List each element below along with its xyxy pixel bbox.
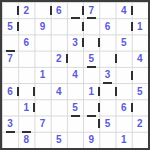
puzzle-board: 267459616357254143641515637528591: [0, 0, 150, 150]
cell-r7c3[interactable]: [34, 99, 50, 115]
cell-r1c4[interactable]: 6: [51, 2, 67, 18]
cell-r3c7[interactable]: [99, 34, 115, 50]
cell-r7c4[interactable]: [51, 99, 67, 115]
cell-r7c1[interactable]: [2, 99, 18, 115]
constraint-bar-v-r2c8: [131, 22, 133, 31]
cell-r4c4[interactable]: 2: [51, 51, 67, 67]
cell-r3c1[interactable]: [2, 34, 18, 50]
cell-r2c1[interactable]: 5: [2, 18, 18, 34]
cell-r3c8[interactable]: 5: [116, 34, 132, 50]
cell-r8c3[interactable]: 7: [34, 116, 50, 132]
cell-r9c5[interactable]: [67, 132, 83, 148]
constraint-bar-v-r1c8: [131, 6, 133, 15]
cell-r1c1[interactable]: [2, 2, 18, 18]
constraint-bar-v-r7c2: [33, 103, 35, 112]
cell-r1c2[interactable]: 2: [18, 2, 34, 18]
constraint-bar-h-r1c5: [71, 17, 80, 19]
cell-r6c2[interactable]: [18, 83, 34, 99]
cell-r8c5[interactable]: [67, 116, 83, 132]
cell-r2c8[interactable]: [116, 18, 132, 34]
cell-r1c3[interactable]: [34, 2, 50, 18]
cell-r7c9[interactable]: [132, 99, 148, 115]
constraint-bar-v-r8c6: [98, 119, 100, 128]
cell-r6c9[interactable]: 5: [132, 83, 148, 99]
constraint-bar-v-r6c6: [98, 87, 100, 96]
cell-r8c4[interactable]: [51, 116, 67, 132]
cell-r2c4[interactable]: [51, 18, 67, 34]
cell-r4c9[interactable]: 4: [132, 51, 148, 67]
cell-r9c3[interactable]: [34, 132, 50, 148]
cell-r8c7[interactable]: 5: [99, 116, 115, 132]
cell-r4c3[interactable]: [34, 51, 50, 67]
constraint-bar-v-r5c8: [131, 71, 133, 80]
cell-r4c2[interactable]: [18, 51, 34, 67]
cell-r7c5[interactable]: 5: [67, 99, 83, 115]
cell-r5c2[interactable]: [18, 67, 34, 83]
constraint-bar-h-r7c6: [87, 115, 96, 117]
constraint-bar-v-r3c5: [82, 38, 84, 47]
cell-r9c8[interactable]: 1: [116, 132, 132, 148]
cell-r2c9[interactable]: 1: [132, 18, 148, 34]
cell-r3c6[interactable]: [83, 34, 99, 50]
constraint-bar-v-r2c1: [17, 22, 19, 31]
cell-r8c9[interactable]: 2: [132, 116, 148, 132]
cell-r5c6[interactable]: [83, 67, 99, 83]
constraint-bar-v-r7c8: [131, 103, 133, 112]
cell-r7c7[interactable]: [99, 99, 115, 115]
cell-r5c9[interactable]: [132, 67, 148, 83]
cell-r3c2[interactable]: 6: [18, 34, 34, 50]
cell-r3c4[interactable]: [51, 34, 67, 50]
cell-r6c6[interactable]: 1: [83, 83, 99, 99]
cell-r5c3[interactable]: 1: [34, 67, 50, 83]
cell-r9c4[interactable]: 5: [51, 132, 67, 148]
constraint-bar-h-r3c1: [6, 50, 15, 52]
cell-r4c7[interactable]: [99, 51, 115, 67]
cell-r6c5[interactable]: [67, 83, 83, 99]
cell-r1c9[interactable]: [132, 2, 148, 18]
cell-r5c4[interactable]: [51, 67, 67, 83]
cell-r9c7[interactable]: [99, 132, 115, 148]
constraint-bar-v-r6c1: [17, 87, 19, 96]
cell-r4c5[interactable]: [67, 51, 83, 67]
cell-r2c6[interactable]: [83, 18, 99, 34]
constraint-bar-v-r2c5: [82, 22, 84, 31]
cell-r3c5[interactable]: 3: [67, 34, 83, 50]
constraint-bar-v-r1c1: [17, 6, 19, 15]
constraint-bar-h-r4c6: [87, 66, 96, 68]
cell-r2c7[interactable]: 6: [99, 18, 115, 34]
cell-r5c8[interactable]: [116, 67, 132, 83]
cell-r2c3[interactable]: 9: [34, 18, 50, 34]
cell-r9c6[interactable]: 9: [83, 132, 99, 148]
constraint-bar-h-r5c7: [103, 82, 112, 84]
constraint-bar-v-r6c7: [115, 87, 117, 96]
cell-r5c5[interactable]: 4: [67, 67, 83, 83]
cell-r8c2[interactable]: [18, 116, 34, 132]
cell-r7c6[interactable]: [83, 99, 99, 115]
constraint-bar-v-r1c5: [82, 6, 84, 15]
constraint-bar-h-r7c5: [71, 115, 80, 117]
cell-r4c8[interactable]: [116, 51, 132, 67]
cell-r3c9[interactable]: [132, 34, 148, 50]
cell-r8c1[interactable]: 3: [2, 116, 18, 132]
cell-r9c2[interactable]: 8: [18, 132, 34, 148]
cell-r1c8[interactable]: 4: [116, 2, 132, 18]
constraint-bar-v-r4c7: [115, 54, 117, 63]
cell-r2c2[interactable]: [18, 18, 34, 34]
cell-r7c8[interactable]: 6: [116, 99, 132, 115]
cell-r7c2[interactable]: 1: [18, 99, 34, 115]
cell-r2c5[interactable]: [67, 18, 83, 34]
constraint-bar-v-r6c2: [33, 87, 35, 96]
cell-r1c5[interactable]: [67, 2, 83, 18]
cell-r3c3[interactable]: [34, 34, 50, 50]
cell-r5c1[interactable]: [2, 67, 18, 83]
cell-r6c4[interactable]: 4: [51, 83, 67, 99]
constraint-bar-v-r1c3: [50, 6, 52, 15]
cell-r6c1[interactable]: 6: [2, 83, 18, 99]
constraint-bar-h-r1c6: [87, 17, 96, 19]
cell-r4c6[interactable]: 5: [83, 51, 99, 67]
cell-r4c1[interactable]: 7: [2, 51, 18, 67]
cell-r6c7[interactable]: [99, 83, 115, 99]
constraint-bar-v-r4c4: [66, 54, 68, 63]
cell-r5c7[interactable]: 3: [99, 67, 115, 83]
cell-r1c6[interactable]: 7: [83, 2, 99, 18]
cell-r6c8[interactable]: [116, 83, 132, 99]
cell-r1c7[interactable]: [99, 2, 115, 18]
cell-r9c9[interactable]: [132, 132, 148, 148]
cell-r6c3[interactable]: [34, 83, 50, 99]
constraint-bar-v-r7c6: [98, 103, 100, 112]
constraint-bar-h-r8c1: [6, 131, 15, 133]
cell-r9c1[interactable]: [2, 132, 18, 148]
constraint-bar-v-r3c6: [98, 38, 100, 47]
cell-r8c6[interactable]: [83, 116, 99, 132]
constraint-bar-h-r8c2: [22, 131, 31, 133]
cell-r8c8[interactable]: [116, 116, 132, 132]
